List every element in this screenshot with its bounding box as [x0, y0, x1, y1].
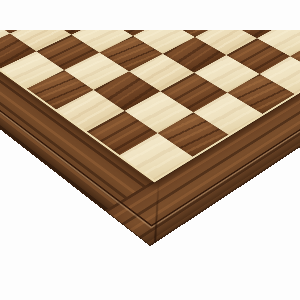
chess-board [0, 0, 300, 246]
white-crop-margin [0, 0, 300, 30]
photo-background [0, 0, 300, 300]
